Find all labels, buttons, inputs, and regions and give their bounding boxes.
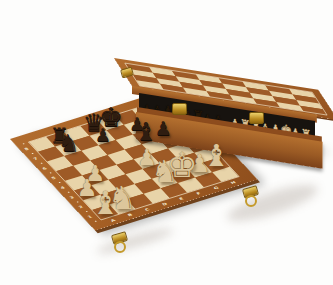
border-dot xyxy=(40,163,42,164)
border-dot xyxy=(22,143,24,144)
board-clasp-left-ring-icon xyxy=(114,241,126,253)
board-shadow-near xyxy=(95,224,175,258)
file-label-a: A xyxy=(110,218,117,222)
border-dot xyxy=(31,153,33,154)
file-label-e: E xyxy=(179,197,185,201)
border-dot xyxy=(58,182,60,183)
border-dot xyxy=(95,221,97,222)
border-dot xyxy=(49,172,51,173)
case-clasp-right-icon xyxy=(249,112,264,124)
rank-label-1: 1 xyxy=(87,215,93,219)
rank-label-4: 4 xyxy=(60,186,66,190)
border-dot xyxy=(86,211,88,212)
file-label-c: C xyxy=(144,208,150,212)
rank-label-6: 6 xyxy=(42,167,48,171)
border-dot xyxy=(77,201,79,202)
file-label-f: F xyxy=(196,192,202,196)
file-label-h: H xyxy=(230,181,237,185)
case-clasp-left-icon xyxy=(172,103,187,115)
board-clasp-right-ring-icon xyxy=(245,195,257,207)
rank-label-8: 8 xyxy=(24,147,30,151)
rank-label-5: 5 xyxy=(51,176,57,180)
rank-label-2: 2 xyxy=(78,205,84,209)
rank-label-7: 7 xyxy=(33,157,39,161)
chess-set-photo: ABCDEFGH12345678 ♟♝♟♞♟♜♟♝♟♜♟♝♟♚♟♜ ♜♛♚♞♟♟… xyxy=(0,0,333,285)
border-dot xyxy=(67,192,69,193)
file-label-d: D xyxy=(161,202,168,206)
file-label-g: G xyxy=(213,186,220,190)
rank-label-3: 3 xyxy=(69,196,75,200)
file-label-b: B xyxy=(127,213,134,217)
